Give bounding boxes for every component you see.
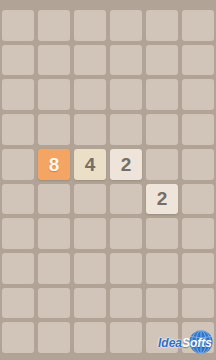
empty-cell: [2, 184, 34, 215]
empty-cell: [2, 149, 34, 180]
empty-cell: [182, 79, 214, 110]
empty-cell: [146, 45, 178, 76]
empty-cell: [38, 184, 70, 215]
tile-8: 8: [38, 149, 70, 180]
empty-cell: [110, 322, 142, 353]
tile-2: 2: [110, 149, 142, 180]
empty-cell: [38, 218, 70, 249]
board[interactable]: 8422: [0, 0, 216, 360]
empty-cell: [182, 45, 214, 76]
empty-cell: [182, 218, 214, 249]
empty-cell: [38, 79, 70, 110]
empty-cell: [74, 184, 106, 215]
empty-cell: [2, 253, 34, 284]
empty-cell: [110, 184, 142, 215]
empty-cell: [146, 218, 178, 249]
empty-cell: [182, 10, 214, 41]
empty-cell: [2, 10, 34, 41]
empty-cell: [38, 45, 70, 76]
empty-cell: [38, 253, 70, 284]
empty-cell: [2, 322, 34, 353]
empty-cell: [74, 114, 106, 145]
empty-cell: [146, 79, 178, 110]
empty-cell: [74, 10, 106, 41]
empty-cell: [110, 45, 142, 76]
empty-cell: [110, 79, 142, 110]
empty-cell: [74, 288, 106, 319]
empty-cell: [74, 322, 106, 353]
empty-cell: [182, 184, 214, 215]
tile-4: 4: [74, 149, 106, 180]
empty-cell: [146, 288, 178, 319]
empty-cell: [182, 253, 214, 284]
empty-cell: [110, 218, 142, 249]
empty-cell: [74, 79, 106, 110]
empty-cell: [110, 253, 142, 284]
empty-cell: [182, 322, 214, 353]
empty-cell: [2, 288, 34, 319]
empty-cell: [2, 114, 34, 145]
empty-cell: [74, 45, 106, 76]
empty-cell: [110, 114, 142, 145]
empty-cell: [146, 322, 178, 353]
empty-cell: [146, 114, 178, 145]
empty-cell: [74, 253, 106, 284]
empty-cell: [110, 10, 142, 41]
empty-cell: [146, 10, 178, 41]
empty-cell: [146, 149, 178, 180]
empty-cell: [110, 288, 142, 319]
empty-cell: [2, 218, 34, 249]
tile-2: 2: [146, 184, 178, 215]
empty-cell: [38, 322, 70, 353]
empty-cell: [74, 218, 106, 249]
empty-cell: [38, 10, 70, 41]
empty-cell: [182, 149, 214, 180]
empty-cell: [38, 114, 70, 145]
empty-cell: [2, 79, 34, 110]
empty-cell: [38, 288, 70, 319]
empty-cell: [146, 253, 178, 284]
empty-cell: [182, 114, 214, 145]
empty-cell: [2, 45, 34, 76]
empty-cell: [182, 288, 214, 319]
